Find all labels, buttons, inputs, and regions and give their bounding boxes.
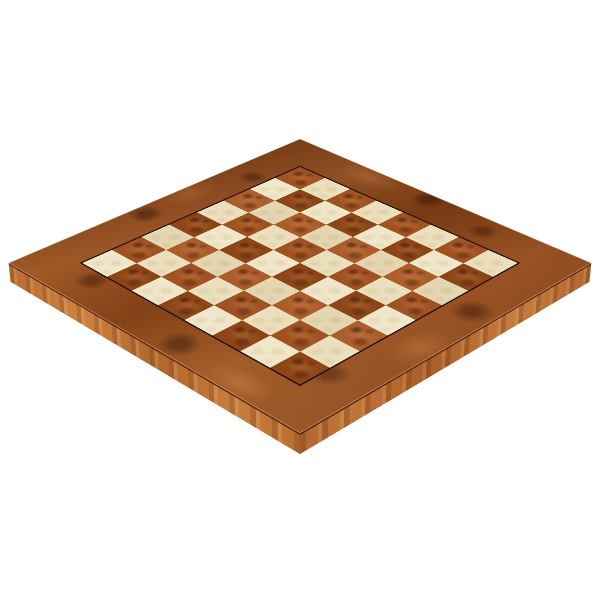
square-r7c4 bbox=[188, 277, 244, 305]
square-r4c8 bbox=[385, 291, 442, 320]
square-r7c8 bbox=[300, 335, 360, 367]
square-r3c8 bbox=[412, 277, 468, 305]
square-r3c7 bbox=[383, 263, 438, 291]
square-r8c3 bbox=[132, 277, 188, 305]
chess-board bbox=[9, 139, 592, 433]
square-r8c7 bbox=[240, 335, 300, 367]
square-r7c7 bbox=[271, 320, 330, 351]
square-r5c7 bbox=[328, 291, 385, 320]
square-r7c5 bbox=[215, 291, 272, 320]
square-r5c6 bbox=[300, 277, 356, 305]
square-r8c8 bbox=[270, 351, 331, 384]
square-r6c5 bbox=[244, 277, 300, 305]
square-r8c5 bbox=[184, 305, 242, 335]
square-r7c3 bbox=[162, 263, 217, 291]
square-r8c4 bbox=[158, 291, 215, 320]
square-r7c6 bbox=[242, 305, 300, 335]
square-r6c8 bbox=[329, 320, 388, 351]
square-r6c7 bbox=[300, 305, 358, 335]
square-r8c6 bbox=[212, 320, 271, 351]
square-r4c7 bbox=[356, 277, 412, 305]
square-r6c4 bbox=[217, 263, 272, 291]
square-r4c6 bbox=[328, 263, 383, 291]
square-r5c8 bbox=[358, 305, 416, 335]
square-r8c2 bbox=[107, 263, 162, 291]
photo-background bbox=[0, 0, 600, 600]
square-r6c6 bbox=[272, 291, 329, 320]
square-r5c5 bbox=[272, 263, 327, 291]
square-r2c8 bbox=[438, 263, 493, 291]
